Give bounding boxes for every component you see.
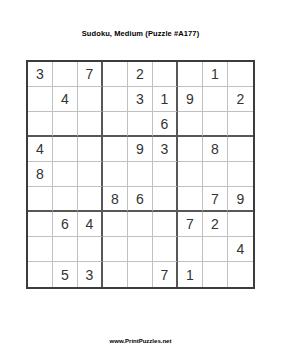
- cell-r7c5[interactable]: [128, 212, 153, 237]
- cell-r1c5[interactable]: 2: [128, 62, 153, 87]
- cell-r4c4[interactable]: [103, 137, 128, 162]
- cell-r5c4[interactable]: [103, 162, 128, 187]
- cell-r9c9[interactable]: [228, 262, 253, 287]
- cell-r9c6[interactable]: 7: [153, 262, 178, 287]
- cell-r2c6[interactable]: 1: [153, 87, 178, 112]
- cell-r7c3[interactable]: 4: [78, 212, 103, 237]
- cell-r8c7[interactable]: [178, 237, 203, 262]
- cell-r1c8[interactable]: 1: [203, 62, 228, 87]
- cell-r2c3[interactable]: [78, 87, 103, 112]
- puzzle-title: Sudoku, Medium (Puzzle #A177): [0, 29, 281, 38]
- cell-r6c1[interactable]: [28, 187, 53, 212]
- cell-r8c1[interactable]: [28, 237, 53, 262]
- cell-r5c9[interactable]: [228, 162, 253, 187]
- cell-r6c2[interactable]: [53, 187, 78, 212]
- cell-r8c6[interactable]: [153, 237, 178, 262]
- cell-r8c9[interactable]: 4: [228, 237, 253, 262]
- cell-r1c1[interactable]: 3: [28, 62, 53, 87]
- cell-r9c1[interactable]: [28, 262, 53, 287]
- cell-r9c4[interactable]: [103, 262, 128, 287]
- cell-r8c5[interactable]: [128, 237, 153, 262]
- cell-r2c7[interactable]: 9: [178, 87, 203, 112]
- site-url: www.PrintPuzzles.net: [0, 338, 281, 344]
- cell-r3c2[interactable]: [53, 112, 78, 137]
- cell-r6c3[interactable]: [78, 187, 103, 212]
- cell-r7c9[interactable]: [228, 212, 253, 237]
- cell-r6c9[interactable]: 9: [228, 187, 253, 212]
- cell-r1c6[interactable]: [153, 62, 178, 87]
- cell-r4c7[interactable]: [178, 137, 203, 162]
- cell-r4c9[interactable]: [228, 137, 253, 162]
- cell-r6c5[interactable]: 6: [128, 187, 153, 212]
- cell-r1c3[interactable]: 7: [78, 62, 103, 87]
- cell-r1c2[interactable]: [53, 62, 78, 87]
- cell-r5c3[interactable]: [78, 162, 103, 187]
- cell-r7c6[interactable]: [153, 212, 178, 237]
- cell-r2c1[interactable]: [28, 87, 53, 112]
- sudoku-board: 3721431926493888679647245371: [26, 60, 255, 289]
- cell-r2c9[interactable]: 2: [228, 87, 253, 112]
- cell-r3c1[interactable]: [28, 112, 53, 137]
- cell-r7c1[interactable]: [28, 212, 53, 237]
- cell-r6c7[interactable]: [178, 187, 203, 212]
- cell-r9c5[interactable]: [128, 262, 153, 287]
- cell-r8c2[interactable]: [53, 237, 78, 262]
- cell-r2c2[interactable]: 4: [53, 87, 78, 112]
- cell-r4c2[interactable]: [53, 137, 78, 162]
- cell-r7c4[interactable]: [103, 212, 128, 237]
- cell-r9c7[interactable]: 1: [178, 262, 203, 287]
- cell-r5c1[interactable]: 8: [28, 162, 53, 187]
- cell-r7c7[interactable]: 7: [178, 212, 203, 237]
- cell-r3c9[interactable]: [228, 112, 253, 137]
- cell-r4c6[interactable]: 3: [153, 137, 178, 162]
- cell-r3c4[interactable]: [103, 112, 128, 137]
- cell-r8c3[interactable]: [78, 237, 103, 262]
- cell-r8c8[interactable]: [203, 237, 228, 262]
- cell-r7c2[interactable]: 6: [53, 212, 78, 237]
- cell-r6c8[interactable]: 7: [203, 187, 228, 212]
- cell-r8c4[interactable]: [103, 237, 128, 262]
- cell-r4c8[interactable]: 8: [203, 137, 228, 162]
- cell-r3c7[interactable]: [178, 112, 203, 137]
- cell-r4c5[interactable]: 9: [128, 137, 153, 162]
- cell-r2c4[interactable]: [103, 87, 128, 112]
- cell-r5c6[interactable]: [153, 162, 178, 187]
- cell-r9c2[interactable]: 5: [53, 262, 78, 287]
- cell-r1c7[interactable]: [178, 62, 203, 87]
- cell-r1c9[interactable]: [228, 62, 253, 87]
- cell-r6c4[interactable]: 8: [103, 187, 128, 212]
- cell-r3c5[interactable]: [128, 112, 153, 137]
- cell-r3c6[interactable]: 6: [153, 112, 178, 137]
- cell-r9c3[interactable]: 3: [78, 262, 103, 287]
- cell-r2c5[interactable]: 3: [128, 87, 153, 112]
- cell-r5c8[interactable]: [203, 162, 228, 187]
- cell-r4c3[interactable]: [78, 137, 103, 162]
- cell-r3c3[interactable]: [78, 112, 103, 137]
- cell-r7c8[interactable]: 2: [203, 212, 228, 237]
- cell-r4c1[interactable]: 4: [28, 137, 53, 162]
- cell-r2c8[interactable]: [203, 87, 228, 112]
- cell-r5c5[interactable]: [128, 162, 153, 187]
- cell-r5c2[interactable]: [53, 162, 78, 187]
- cell-r6c6[interactable]: [153, 187, 178, 212]
- cell-r1c4[interactable]: [103, 62, 128, 87]
- cell-r9c8[interactable]: [203, 262, 228, 287]
- cell-r5c7[interactable]: [178, 162, 203, 187]
- puzzle-page: Sudoku, Medium (Puzzle #A177) 3721431926…: [0, 0, 281, 363]
- cell-r3c8[interactable]: [203, 112, 228, 137]
